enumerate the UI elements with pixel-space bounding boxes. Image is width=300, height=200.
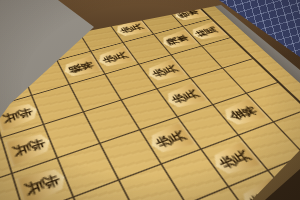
piece-kanji: 兵 [13,142,31,158]
piece-kanji: 兵 [182,89,200,101]
piece-kanji: 兵 [167,129,187,144]
shogi-photo-scene: 香車桂馬銀将桂馬香車飛車金将金将王将歩兵歩兵歩兵歩兵歩兵歩兵歩兵歩兵歩兵銀将歩兵… [0,0,300,200]
piece-kanji: 兵 [3,111,20,124]
piece-kanji: 兵 [129,23,144,31]
piece-kanji: 兵 [25,178,45,196]
piece-kanji: 兵 [113,51,129,61]
piece-kanji: 兵 [162,64,179,75]
piece-kanji: 将 [79,60,95,70]
piece-kanji: 馬 [204,26,219,35]
piece-kanji: 車 [175,34,191,43]
